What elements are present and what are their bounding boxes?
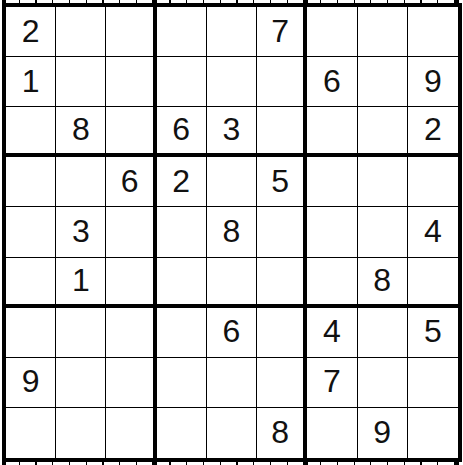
cell-r3c9[interactable]: 2 — [408, 107, 458, 157]
cell-r6c6[interactable] — [257, 258, 307, 308]
cell-r9c5[interactable] — [207, 408, 257, 458]
cell-r3c2[interactable]: 8 — [56, 107, 106, 157]
cell-r9c2[interactable] — [56, 408, 106, 458]
cell-r5c3[interactable] — [106, 207, 156, 257]
given-digit: 3 — [223, 113, 241, 145]
cell-r4c4[interactable]: 2 — [157, 157, 207, 207]
given-digit: 6 — [121, 165, 139, 197]
given-digit: 9 — [424, 65, 442, 97]
given-digit: 6 — [172, 113, 190, 145]
cell-r1c2[interactable] — [56, 7, 106, 57]
cell-r8c6[interactable] — [257, 358, 307, 408]
cell-r9c9[interactable] — [408, 408, 458, 458]
cell-r1c9[interactable] — [408, 7, 458, 57]
cell-r7c6[interactable] — [257, 308, 307, 358]
given-digit: 5 — [424, 315, 442, 347]
given-digit: 7 — [323, 365, 341, 397]
cell-r8c7[interactable]: 7 — [307, 358, 357, 408]
cell-r7c8[interactable] — [358, 308, 408, 358]
given-digit: 2 — [22, 15, 40, 47]
cell-r8c9[interactable] — [408, 358, 458, 408]
cell-r7c7[interactable]: 4 — [307, 308, 357, 358]
cell-r5c4[interactable] — [157, 207, 207, 257]
cell-r2c7[interactable]: 6 — [307, 57, 357, 107]
sudoku-app: 271698632625384186459789 — [0, 0, 463, 465]
cell-r3c4[interactable]: 6 — [157, 107, 207, 157]
cell-r9c6[interactable]: 8 — [257, 408, 307, 458]
given-digit: 8 — [271, 416, 289, 448]
cell-r3c3[interactable] — [106, 107, 156, 157]
cell-r2c1[interactable]: 1 — [6, 57, 56, 107]
cell-r5c1[interactable] — [6, 207, 56, 257]
cell-r8c8[interactable] — [358, 358, 408, 408]
given-digit: 6 — [323, 65, 341, 97]
cell-r8c5[interactable] — [207, 358, 257, 408]
cell-r8c1[interactable]: 9 — [6, 358, 56, 408]
given-digit: 8 — [72, 113, 90, 145]
cell-r4c3[interactable]: 6 — [106, 157, 156, 207]
cell-r3c8[interactable] — [358, 107, 408, 157]
cell-r2c6[interactable] — [257, 57, 307, 107]
cell-r9c7[interactable] — [307, 408, 357, 458]
cell-r3c6[interactable] — [257, 107, 307, 157]
cell-r5c8[interactable] — [358, 207, 408, 257]
cell-r2c9[interactable]: 9 — [408, 57, 458, 107]
cell-r2c4[interactable] — [157, 57, 207, 107]
given-digit: 2 — [172, 165, 190, 197]
given-digit: 7 — [271, 15, 289, 47]
cell-r1c8[interactable] — [358, 7, 408, 57]
given-digit: 2 — [424, 113, 442, 145]
given-digit: 3 — [72, 215, 90, 247]
cell-r5c7[interactable] — [307, 207, 357, 257]
cell-r7c9[interactable]: 5 — [408, 308, 458, 358]
given-digit: 4 — [323, 315, 341, 347]
cell-r9c8[interactable]: 9 — [358, 408, 408, 458]
cell-r5c2[interactable]: 3 — [56, 207, 106, 257]
given-digit: 8 — [373, 264, 391, 296]
given-digit: 1 — [22, 65, 40, 97]
cell-r6c8[interactable]: 8 — [358, 258, 408, 308]
given-digit: 9 — [22, 365, 40, 397]
cell-r6c4[interactable] — [157, 258, 207, 308]
given-digit: 4 — [424, 215, 442, 247]
cell-r1c1[interactable]: 2 — [6, 7, 56, 57]
cell-r7c3[interactable] — [106, 308, 156, 358]
given-digit: 9 — [373, 416, 391, 448]
cell-r6c5[interactable] — [207, 258, 257, 308]
cell-r6c7[interactable] — [307, 258, 357, 308]
cell-r2c2[interactable] — [56, 57, 106, 107]
cell-r1c6[interactable]: 7 — [257, 7, 307, 57]
cell-r4c6[interactable]: 5 — [257, 157, 307, 207]
cell-r9c1[interactable] — [6, 408, 56, 458]
cell-r8c2[interactable] — [56, 358, 106, 408]
cell-r2c3[interactable] — [106, 57, 156, 107]
cell-r5c5[interactable]: 8 — [207, 207, 257, 257]
cell-r3c5[interactable]: 3 — [207, 107, 257, 157]
cell-r1c3[interactable] — [106, 7, 156, 57]
cell-r7c1[interactable] — [6, 308, 56, 358]
cell-r4c8[interactable] — [358, 157, 408, 207]
cell-r6c1[interactable] — [6, 258, 56, 308]
cell-r8c3[interactable] — [106, 358, 156, 408]
cell-r4c2[interactable] — [56, 157, 106, 207]
cell-r1c7[interactable] — [307, 7, 357, 57]
cell-r6c2[interactable]: 1 — [56, 258, 106, 308]
cell-r2c8[interactable] — [358, 57, 408, 107]
cell-r6c3[interactable] — [106, 258, 156, 308]
cell-r9c4[interactable] — [157, 408, 207, 458]
given-digit: 8 — [223, 215, 241, 247]
cell-r5c9[interactable]: 4 — [408, 207, 458, 257]
sudoku-board: 271698632625384186459789 — [2, 3, 462, 462]
given-digit: 5 — [271, 165, 289, 197]
cell-r2c5[interactable] — [207, 57, 257, 107]
given-digit: 1 — [72, 264, 90, 296]
cell-r1c4[interactable] — [157, 7, 207, 57]
cell-r5c6[interactable] — [257, 207, 307, 257]
given-digit: 6 — [223, 315, 241, 347]
cell-r7c2[interactable] — [56, 308, 106, 358]
cell-r8c4[interactable] — [157, 358, 207, 408]
cell-r6c9[interactable] — [408, 258, 458, 308]
cell-r4c7[interactable] — [307, 157, 357, 207]
cell-r4c1[interactable] — [6, 157, 56, 207]
cell-r7c5[interactable]: 6 — [207, 308, 257, 358]
cell-r4c9[interactable] — [408, 157, 458, 207]
cell-r7c4[interactable] — [157, 308, 207, 358]
cell-r3c1[interactable] — [6, 107, 56, 157]
cell-r1c5[interactable] — [207, 7, 257, 57]
cell-r9c3[interactable] — [106, 408, 156, 458]
cell-r3c7[interactable] — [307, 107, 357, 157]
cell-r4c5[interactable] — [207, 157, 257, 207]
